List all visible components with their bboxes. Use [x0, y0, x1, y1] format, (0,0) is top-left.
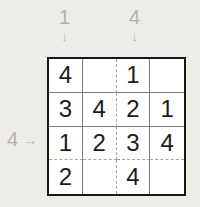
cell-r1c2[interactable]: [83, 59, 117, 93]
clue-left-row3-value: 4: [7, 129, 18, 150]
cell-r2c2[interactable]: 4: [83, 93, 117, 127]
cell-r4c2[interactable]: [83, 160, 117, 194]
cell-r4c4[interactable]: [150, 160, 184, 194]
cell-r1c1[interactable]: 4: [49, 59, 83, 93]
skyscrapers-puzzle: 1 ↓ 4 ↓ 4 → 4 1 3 4 2 1 1 2 3 4 2 4: [0, 0, 200, 207]
cell-r2c3[interactable]: 2: [117, 93, 151, 127]
right-arrow-icon: →: [23, 133, 37, 147]
cell-r4c1[interactable]: 2: [49, 160, 83, 194]
clue-top-col3: 4 ↓: [117, 7, 152, 43]
cell-r3c4[interactable]: 4: [150, 127, 184, 161]
clue-top-col3-value: 4: [117, 7, 152, 27]
clue-top-col1-value: 1: [47, 7, 82, 27]
clue-left-row3: 4 →: [7, 129, 37, 150]
cell-r3c2[interactable]: 2: [83, 127, 117, 161]
down-arrow-icon: ↓: [117, 30, 152, 43]
cell-r3c3[interactable]: 3: [117, 127, 151, 161]
cell-r1c4[interactable]: [150, 59, 184, 93]
cell-r4c3[interactable]: 4: [117, 160, 151, 194]
cell-r2c1[interactable]: 3: [49, 93, 83, 127]
cell-r2c4[interactable]: 1: [150, 93, 184, 127]
cell-r3c1[interactable]: 1: [49, 127, 83, 161]
clue-top-col1: 1 ↓: [47, 7, 82, 43]
down-arrow-icon: ↓: [47, 30, 82, 43]
puzzle-grid: 4 1 3 4 2 1 1 2 3 4 2 4: [47, 57, 186, 196]
cell-r1c3[interactable]: 1: [117, 59, 151, 93]
